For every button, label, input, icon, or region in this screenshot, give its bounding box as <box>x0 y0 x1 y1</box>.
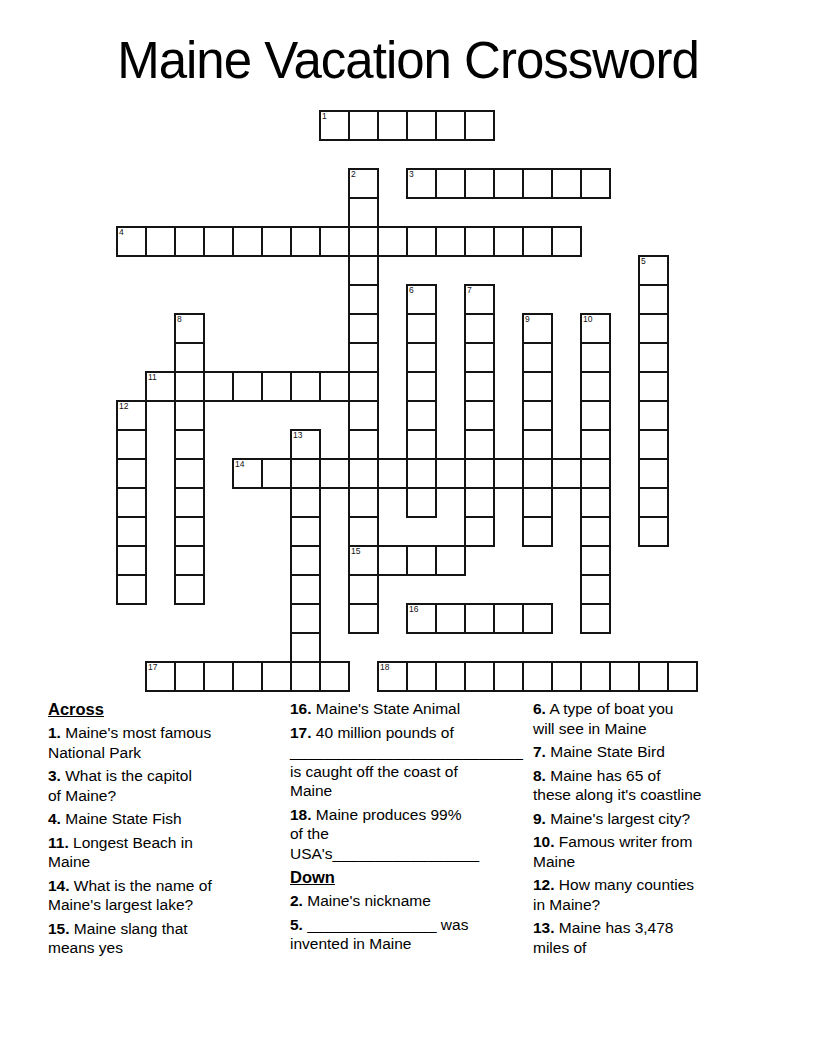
clue-text: Maine has 65 of these along it's coastli… <box>533 767 701 804</box>
cell-number-15: 15 <box>351 547 360 556</box>
cell-number-6: 6 <box>409 286 414 295</box>
grid-cell-r10c12[interactable] <box>464 400 495 431</box>
clue-text: Maine's nickname <box>303 892 431 909</box>
grid-cell-r19c14[interactable] <box>522 661 553 692</box>
grid-cell-r9c2[interactable] <box>174 371 205 402</box>
grid-cell-r14c8[interactable] <box>348 516 379 547</box>
grid-cell-r9c3[interactable] <box>203 371 234 402</box>
grid-cell-r2c13[interactable] <box>493 168 524 199</box>
grid-cell-r8c12[interactable] <box>464 342 495 373</box>
grid-cell-r2c15[interactable] <box>551 168 582 199</box>
clue-text: Maine State Bird <box>546 743 665 760</box>
cell-number-9: 9 <box>525 315 530 324</box>
down-heading: Down <box>290 867 530 887</box>
clue-3: 3. What is the capitol of Maine? <box>48 766 286 805</box>
grid-cell-r19c18[interactable] <box>638 661 669 692</box>
grid-cell-r19c15[interactable] <box>551 661 582 692</box>
clues-column-2: 16. Maine's State Animal17. 40 million p… <box>290 699 530 958</box>
grid-cell-r13c16[interactable] <box>580 487 611 518</box>
grid-cell-r2c12[interactable] <box>464 168 495 199</box>
crossword-grid: 123456789101112131415161718 <box>116 110 700 694</box>
cell-number-17: 17 <box>148 663 157 672</box>
grid-cell-r6c12[interactable]: 7 <box>464 284 495 315</box>
clue-number: 11. <box>48 834 69 851</box>
grid-cell-r12c16[interactable] <box>580 458 611 489</box>
grid-cell-r10c18[interactable] <box>638 400 669 431</box>
clue-number: 14. <box>48 877 70 894</box>
clue-number: 10. <box>533 833 555 850</box>
grid-cell-r12c8[interactable] <box>348 458 379 489</box>
grid-cell-r19c11[interactable] <box>435 661 466 692</box>
grid-cell-r13c6[interactable] <box>290 487 321 518</box>
grid-cell-r6c8[interactable] <box>348 284 379 315</box>
clue-text: Maine's largest city? <box>546 810 690 827</box>
clue-number: 7. <box>533 743 546 760</box>
grid-cell-r14c16[interactable] <box>580 516 611 547</box>
grid-cell-r15c11[interactable] <box>435 545 466 576</box>
clue-text: Maine's most famous National Park <box>48 724 211 761</box>
cell-number-14: 14 <box>235 460 244 469</box>
grid-cell-r11c8[interactable] <box>348 429 379 460</box>
grid-cell-r12c14[interactable] <box>522 458 553 489</box>
grid-cell-r19c4[interactable] <box>232 661 263 692</box>
grid-cell-r2c14[interactable] <box>522 168 553 199</box>
grid-cell-r0c12[interactable] <box>464 110 495 141</box>
down-clues-group-1: 2. Maine's nickname5. _______________ wa… <box>290 891 530 954</box>
page: { "title": "Maine Vacation Crossword", "… <box>0 0 816 1056</box>
grid-cell-r4c7[interactable] <box>319 226 350 257</box>
grid-cell-r6c18[interactable] <box>638 284 669 315</box>
clue-number: 1. <box>48 724 61 741</box>
grid-cell-r9c4[interactable] <box>232 371 263 402</box>
grid-cell-r9c10[interactable] <box>406 371 437 402</box>
grid-cell-r9c8[interactable] <box>348 371 379 402</box>
clue-10: 10. Famous writer from Maine <box>533 832 785 871</box>
down-clues-group-2: 6. A type of boat you will see in Maine7… <box>533 699 785 957</box>
grid-cell-r12c7[interactable] <box>319 458 350 489</box>
grid-cell-r15c10[interactable] <box>406 545 437 576</box>
grid-cell-r19c6[interactable] <box>290 661 321 692</box>
grid-cell-r8c10[interactable] <box>406 342 437 373</box>
grid-cell-r9c16[interactable] <box>580 371 611 402</box>
cell-number-11: 11 <box>148 373 157 382</box>
grid-cell-r10c10[interactable] <box>406 400 437 431</box>
grid-cell-r9c5[interactable] <box>261 371 292 402</box>
grid-cell-r7c18[interactable] <box>638 313 669 344</box>
grid-cell-r12c4[interactable]: 14 <box>232 458 263 489</box>
clue-7: 7. Maine State Bird <box>533 742 785 762</box>
grid-cell-r14c18[interactable] <box>638 516 669 547</box>
grid-cell-r13c14[interactable] <box>522 487 553 518</box>
clue-number: 18. <box>290 806 312 823</box>
grid-cell-r4c14[interactable] <box>522 226 553 257</box>
grid-cell-r16c0[interactable] <box>116 574 147 605</box>
cell-number-2: 2 <box>351 170 356 179</box>
grid-cell-r12c12[interactable] <box>464 458 495 489</box>
clue-text: Maine produces 99% of the USA's_________… <box>290 806 479 862</box>
grid-cell-r16c16[interactable] <box>580 574 611 605</box>
grid-cell-r13c2[interactable] <box>174 487 205 518</box>
clue-number: 13. <box>533 919 555 936</box>
grid-cell-r0c11[interactable] <box>435 110 466 141</box>
grid-cell-r4c12[interactable] <box>464 226 495 257</box>
grid-cell-r19c2[interactable] <box>174 661 205 692</box>
grid-cell-r4c15[interactable] <box>551 226 582 257</box>
across-clues-group-2: 16. Maine's State Animal17. 40 million p… <box>290 699 530 863</box>
grid-cell-r9c6[interactable] <box>290 371 321 402</box>
grid-cell-r4c10[interactable] <box>406 226 437 257</box>
grid-cell-r13c12[interactable] <box>464 487 495 518</box>
grid-cell-r17c11[interactable] <box>435 603 466 634</box>
clue-text: What is the capitol of Maine? <box>48 767 192 804</box>
clue-17: 17. 40 million pounds of _______________… <box>290 723 530 801</box>
grid-cell-r10c2[interactable] <box>174 400 205 431</box>
grid-cell-r0c9[interactable] <box>377 110 408 141</box>
grid-cell-r4c11[interactable] <box>435 226 466 257</box>
clue-number: 5. <box>290 916 303 933</box>
cell-number-1: 1 <box>322 112 327 121</box>
clue-text: A type of boat you will see in Maine <box>533 700 673 737</box>
clue-14: 14. What is the name of Maine's largest … <box>48 876 286 915</box>
grid-cell-r7c16[interactable]: 10 <box>580 313 611 344</box>
grid-cell-r8c8[interactable] <box>348 342 379 373</box>
grid-cell-r15c16[interactable] <box>580 545 611 576</box>
grid-cell-r4c9[interactable] <box>377 226 408 257</box>
grid-cell-r15c6[interactable] <box>290 545 321 576</box>
grid-cell-r14c0[interactable] <box>116 516 147 547</box>
grid-cell-r2c10[interactable]: 3 <box>406 168 437 199</box>
grid-cell-r19c12[interactable] <box>464 661 495 692</box>
clue-number: 8. <box>533 767 546 784</box>
grid-cell-r11c18[interactable] <box>638 429 669 460</box>
clue-15: 15. Maine slang that means yes <box>48 919 286 958</box>
grid-cell-r12c15[interactable] <box>551 458 582 489</box>
grid-cell-r4c1[interactable] <box>145 226 176 257</box>
grid-cell-r10c8[interactable] <box>348 400 379 431</box>
clue-text: Maine has 3,478 miles of <box>533 919 673 956</box>
clue-text: Maine's State Animal <box>312 700 461 717</box>
grid-cell-r12c18[interactable] <box>638 458 669 489</box>
clue-number: 16. <box>290 700 312 717</box>
grid-cell-r14c12[interactable] <box>464 516 495 547</box>
grid-cell-r16c6[interactable] <box>290 574 321 605</box>
grid-cell-r12c5[interactable] <box>261 458 292 489</box>
clue-text: Famous writer from Maine <box>533 833 692 870</box>
grid-cell-r9c12[interactable] <box>464 371 495 402</box>
grid-cell-r9c7[interactable] <box>319 371 350 402</box>
grid-cell-r15c8[interactable]: 15 <box>348 545 379 576</box>
grid-cell-r14c14[interactable] <box>522 516 553 547</box>
clue-text: _______________ was invented in Maine <box>290 916 468 953</box>
grid-cell-r10c0[interactable]: 12 <box>116 400 147 431</box>
grid-cell-r17c16[interactable] <box>580 603 611 634</box>
grid-cell-r11c2[interactable] <box>174 429 205 460</box>
page-title: Maine Vacation Crossword <box>0 34 816 88</box>
clue-number: 9. <box>533 810 546 827</box>
grid-cell-r19c16[interactable] <box>580 661 611 692</box>
clue-11: 11. Longest Beach in Maine <box>48 833 286 872</box>
grid-cell-r7c10[interactable] <box>406 313 437 344</box>
grid-cell-r15c0[interactable] <box>116 545 147 576</box>
grid-cell-r13c0[interactable] <box>116 487 147 518</box>
grid-cell-r17c8[interactable] <box>348 603 379 634</box>
clue-8: 8. Maine has 65 of these along it's coas… <box>533 766 785 805</box>
across-heading: Across <box>48 699 286 719</box>
cell-number-7: 7 <box>467 286 472 295</box>
grid-cell-r4c13[interactable] <box>493 226 524 257</box>
grid-cell-r17c10[interactable]: 16 <box>406 603 437 634</box>
clue-number: 15. <box>48 920 70 937</box>
clue-number: 3. <box>48 767 61 784</box>
clue-6: 6. A type of boat you will see in Maine <box>533 699 785 738</box>
clue-number: 12. <box>533 876 555 893</box>
grid-cell-r8c16[interactable] <box>580 342 611 373</box>
grid-cell-r12c2[interactable] <box>174 458 205 489</box>
clue-4: 4. Maine State Fish <box>48 809 286 829</box>
cell-number-5: 5 <box>641 257 646 266</box>
clue-number: 17. <box>290 724 312 741</box>
grid-cell-r4c3[interactable] <box>203 226 234 257</box>
grid-cell-r12c6[interactable] <box>290 458 321 489</box>
grid-cell-r15c2[interactable] <box>174 545 205 576</box>
grid-cell-r4c8[interactable] <box>348 226 379 257</box>
clue-2: 2. Maine's nickname <box>290 891 530 911</box>
clue-number: 4. <box>48 810 61 827</box>
cell-number-16: 16 <box>409 605 418 614</box>
grid-cell-r9c14[interactable] <box>522 371 553 402</box>
grid-cell-r4c2[interactable] <box>174 226 205 257</box>
grid-cell-r17c12[interactable] <box>464 603 495 634</box>
grid-cell-r11c6[interactable]: 13 <box>290 429 321 460</box>
cell-number-8: 8 <box>177 315 182 324</box>
grid-cell-r19c17[interactable] <box>609 661 640 692</box>
grid-cell-r13c10[interactable] <box>406 487 437 518</box>
cell-number-18: 18 <box>380 663 389 672</box>
cell-number-3: 3 <box>409 170 414 179</box>
grid-cell-r3c8[interactable] <box>348 197 379 228</box>
grid-cell-r11c0[interactable] <box>116 429 147 460</box>
grid-cell-r11c14[interactable] <box>522 429 553 460</box>
grid-cell-r9c1[interactable]: 11 <box>145 371 176 402</box>
grid-cell-r7c8[interactable] <box>348 313 379 344</box>
grid-cell-r14c2[interactable] <box>174 516 205 547</box>
grid-cell-r5c18[interactable]: 5 <box>638 255 669 286</box>
grid-cell-r2c11[interactable] <box>435 168 466 199</box>
clue-text: 40 million pounds of ___________________… <box>290 724 523 800</box>
grid-cell-r19c5[interactable] <box>261 661 292 692</box>
clue-13: 13. Maine has 3,478 miles of <box>533 918 785 957</box>
clue-text: What is the name of Maine's largest lake… <box>48 877 212 914</box>
clue-18: 18. Maine produces 99% of the USA's_____… <box>290 805 530 864</box>
grid-cell-r4c0[interactable]: 4 <box>116 226 147 257</box>
grid-cell-r10c14[interactable] <box>522 400 553 431</box>
grid-cell-r7c12[interactable] <box>464 313 495 344</box>
grid-cell-r0c10[interactable] <box>406 110 437 141</box>
grid-cell-r7c14[interactable]: 9 <box>522 313 553 344</box>
grid-cell-r4c4[interactable] <box>232 226 263 257</box>
grid-cell-r19c1[interactable]: 17 <box>145 661 176 692</box>
clue-text: Maine State Fish <box>61 810 182 827</box>
grid-cell-r11c16[interactable] <box>580 429 611 460</box>
grid-cell-r11c10[interactable] <box>406 429 437 460</box>
grid-cell-r8c2[interactable] <box>174 342 205 373</box>
grid-cell-r19c19[interactable] <box>667 661 698 692</box>
cell-number-4: 4 <box>119 228 124 237</box>
grid-cell-r4c6[interactable] <box>290 226 321 257</box>
clue-text: Longest Beach in Maine <box>48 834 193 871</box>
grid-cell-r12c13[interactable] <box>493 458 524 489</box>
grid-cell-r0c7[interactable]: 1 <box>319 110 350 141</box>
clue-1: 1. Maine's most famous National Park <box>48 723 286 762</box>
grid-cell-r9c18[interactable] <box>638 371 669 402</box>
grid-cell-r2c16[interactable] <box>580 168 611 199</box>
grid-cell-r5c8[interactable] <box>348 255 379 286</box>
cell-number-13: 13 <box>293 431 302 440</box>
grid-cell-r14c6[interactable] <box>290 516 321 547</box>
grid-cell-r17c13[interactable] <box>493 603 524 634</box>
clue-number: 2. <box>290 892 303 909</box>
grid-cell-r16c8[interactable] <box>348 574 379 605</box>
clue-9: 9. Maine's largest city? <box>533 809 785 829</box>
across-clues-group-1: 1. Maine's most famous National Park3. W… <box>48 723 286 958</box>
grid-cell-r12c10[interactable] <box>406 458 437 489</box>
grid-cell-r19c9[interactable]: 18 <box>377 661 408 692</box>
clue-text: How many counties in Maine? <box>533 876 694 913</box>
clues-column-3: 6. A type of boat you will see in Maine7… <box>533 699 785 961</box>
clue-number: 6. <box>533 700 546 717</box>
grid-cell-r16c2[interactable] <box>174 574 205 605</box>
grid-cell-r19c10[interactable] <box>406 661 437 692</box>
grid-cell-r0c8[interactable] <box>348 110 379 141</box>
grid-cell-r4c5[interactable] <box>261 226 292 257</box>
clue-16: 16. Maine's State Animal <box>290 699 530 719</box>
grid-cell-r12c0[interactable] <box>116 458 147 489</box>
clue-5: 5. _______________ was invented in Maine <box>290 915 530 954</box>
grid-cell-r19c7[interactable] <box>319 661 350 692</box>
cell-number-10: 10 <box>583 315 592 324</box>
grid-cell-r10c16[interactable] <box>580 400 611 431</box>
grid-cell-r17c6[interactable] <box>290 603 321 634</box>
grid-cell-r12c11[interactable] <box>435 458 466 489</box>
grid-cell-r6c10[interactable]: 6 <box>406 284 437 315</box>
grid-cell-r7c2[interactable]: 8 <box>174 313 205 344</box>
grid-cell-r17c14[interactable] <box>522 603 553 634</box>
clue-12: 12. How many counties in Maine? <box>533 875 785 914</box>
clue-text: Maine slang that means yes <box>48 920 188 957</box>
grid-cell-r19c13[interactable] <box>493 661 524 692</box>
grid-cell-r13c18[interactable] <box>638 487 669 518</box>
cell-number-12: 12 <box>119 402 128 411</box>
grid-cell-r2c8[interactable]: 2 <box>348 168 379 199</box>
grid-cell-r12c9[interactable] <box>377 458 408 489</box>
grid-cell-r15c9[interactable] <box>377 545 408 576</box>
grid-cell-r19c3[interactable] <box>203 661 234 692</box>
grid-cell-r8c18[interactable] <box>638 342 669 373</box>
grid-cell-r8c14[interactable] <box>522 342 553 373</box>
clues-column-1: Across 1. Maine's most famous National P… <box>48 699 286 962</box>
grid-cell-r11c12[interactable] <box>464 429 495 460</box>
grid-cell-r18c6[interactable] <box>290 632 321 663</box>
grid-cell-r13c8[interactable] <box>348 487 379 518</box>
